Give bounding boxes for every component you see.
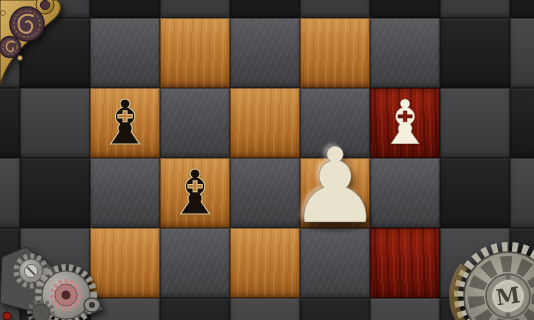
- offboard-square: [510, 88, 534, 158]
- piece-white-pawn[interactable]: ♟: [300, 158, 370, 228]
- offboard-square: [230, 0, 300, 18]
- square-d4[interactable]: [300, 18, 370, 88]
- square-e4[interactable]: [370, 18, 440, 88]
- offboard-square: [160, 0, 230, 18]
- offboard-square: [0, 88, 20, 158]
- offboard-square: [440, 18, 510, 88]
- offboard-square: [510, 18, 534, 88]
- game-screen: M ♝♝♟♝: [0, 0, 534, 320]
- square-c4[interactable]: [230, 18, 300, 88]
- offboard-square: [370, 0, 440, 18]
- black-bishop-glyph: ♝: [160, 158, 230, 228]
- offboard-square: [300, 298, 370, 320]
- offboard-square: [20, 88, 90, 158]
- monogram-letter: M: [494, 281, 522, 310]
- offboard-square: [510, 158, 534, 228]
- offboard-square: [0, 158, 20, 228]
- black-bishop-glyph: ♝: [90, 88, 160, 158]
- square-a2[interactable]: [90, 158, 160, 228]
- offboard-square: [300, 0, 370, 18]
- square-b4[interactable]: [160, 18, 230, 88]
- white-bishop-glyph: ♝: [370, 88, 440, 158]
- offboard-square: [440, 0, 510, 18]
- clock-ornament-icon: [0, 0, 130, 95]
- piece-white-bishop[interactable]: ♝: [370, 88, 440, 158]
- gear-monogram-icon: M: [398, 226, 534, 320]
- offboard-square: [440, 88, 510, 158]
- square-b3[interactable]: [160, 88, 230, 158]
- gear-cluster-icon: [0, 237, 115, 320]
- offboard-square: [440, 158, 510, 228]
- offboard-square: [510, 0, 534, 18]
- offboard-square: [20, 158, 90, 228]
- piece-black-bishop[interactable]: ♝: [160, 158, 230, 228]
- piece-black-bishop[interactable]: ♝: [90, 88, 160, 158]
- square-b1[interactable]: [160, 228, 230, 298]
- offboard-square: [160, 298, 230, 320]
- white-pawn-glyph: ♟: [288, 134, 381, 238]
- offboard-square: [230, 298, 300, 320]
